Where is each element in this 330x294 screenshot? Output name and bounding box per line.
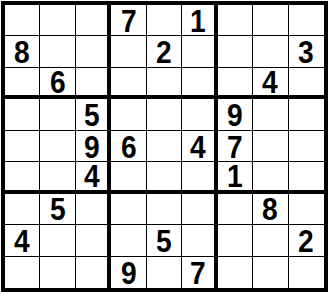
cell-r6c8-empty[interactable]: [253, 162, 288, 193]
given-digit: 4: [84, 162, 100, 192]
cell-r8c5-given-5: 5: [147, 225, 182, 256]
cell-r9c3-empty[interactable]: [76, 257, 111, 288]
cell-r7c9-empty[interactable]: [289, 194, 324, 225]
cell-r9c4-given-9: 9: [111, 257, 146, 288]
cell-r9c9-empty[interactable]: [289, 257, 324, 288]
cell-r6c2-empty[interactable]: [40, 162, 75, 193]
cell-r3c9-empty[interactable]: [289, 68, 324, 99]
cell-r8c6-empty[interactable]: [182, 225, 217, 256]
cell-r9c6-given-7: 7: [182, 257, 217, 288]
cell-r6c6-empty[interactable]: [182, 162, 217, 193]
given-digit: 7: [227, 131, 243, 162]
cell-r3c2-given-6: 6: [40, 68, 75, 99]
given-digit: 6: [50, 68, 66, 98]
cell-r6c1-empty[interactable]: [5, 162, 40, 193]
cell-r1c5-empty[interactable]: [147, 5, 182, 36]
cell-r9c2-empty[interactable]: [40, 257, 75, 288]
given-digit: 2: [298, 225, 314, 256]
cell-r8c7-empty[interactable]: [218, 225, 253, 256]
given-digit: 8: [262, 194, 278, 225]
cell-r6c4-empty[interactable]: [111, 162, 146, 193]
given-digit: 9: [227, 99, 243, 130]
cell-r7c5-empty[interactable]: [147, 194, 182, 225]
cell-r5c8-empty[interactable]: [253, 131, 288, 162]
cell-r3c5-empty[interactable]: [147, 68, 182, 99]
cell-r4c9-empty[interactable]: [289, 99, 324, 130]
cell-r2c3-empty[interactable]: [76, 36, 111, 67]
given-digit: 7: [190, 257, 206, 288]
cell-r2c1-given-8: 8: [5, 36, 40, 67]
cell-r9c1-empty[interactable]: [5, 257, 40, 288]
given-digit: 9: [121, 257, 137, 288]
cell-r6c5-empty[interactable]: [147, 162, 182, 193]
cell-r3c1-empty[interactable]: [5, 68, 40, 99]
cell-r6c9-empty[interactable]: [289, 162, 324, 193]
cell-r7c2-given-5: 5: [40, 194, 75, 225]
given-digit: 6: [121, 131, 137, 162]
given-digit: 8: [14, 36, 30, 67]
cell-r1c8-empty[interactable]: [253, 5, 288, 36]
cell-r7c7-empty[interactable]: [218, 194, 253, 225]
cell-r9c7-empty[interactable]: [218, 257, 253, 288]
cell-r3c6-empty[interactable]: [182, 68, 217, 99]
cell-r3c8-given-4: 4: [253, 68, 288, 99]
given-digit: 4: [262, 68, 278, 98]
given-digit: 7: [121, 5, 137, 36]
page-background: 7182364599647415845297: [0, 0, 330, 294]
cell-r5c1-empty[interactable]: [5, 131, 40, 162]
cell-r4c4-empty[interactable]: [111, 99, 146, 130]
cell-r8c3-empty[interactable]: [76, 225, 111, 256]
cell-r3c3-empty[interactable]: [76, 68, 111, 99]
given-digit: 5: [156, 225, 172, 256]
cell-r5c5-empty[interactable]: [147, 131, 182, 162]
cell-r7c6-empty[interactable]: [182, 194, 217, 225]
given-digit: 1: [190, 5, 206, 36]
cell-r1c4-given-7: 7: [111, 5, 146, 36]
cell-r5c4-given-6: 6: [111, 131, 146, 162]
given-digit: 2: [156, 36, 172, 67]
given-digit: 9: [84, 131, 100, 162]
cell-r5c3-given-9: 9: [76, 131, 111, 162]
given-digit: 5: [50, 194, 66, 225]
cell-r4c2-empty[interactable]: [40, 99, 75, 130]
cell-r7c1-empty[interactable]: [5, 194, 40, 225]
cell-r5c7-given-7: 7: [218, 131, 253, 162]
cell-r7c3-empty[interactable]: [76, 194, 111, 225]
cell-r4c3-given-5: 5: [76, 99, 111, 130]
cell-r4c6-empty[interactable]: [182, 99, 217, 130]
cell-r4c1-empty[interactable]: [5, 99, 40, 130]
cell-r8c9-given-2: 2: [289, 225, 324, 256]
cell-r1c3-empty[interactable]: [76, 5, 111, 36]
cell-r1c1-empty[interactable]: [5, 5, 40, 36]
cell-r1c2-empty[interactable]: [40, 5, 75, 36]
cell-r7c8-given-8: 8: [253, 194, 288, 225]
cell-r2c5-given-2: 2: [147, 36, 182, 67]
cell-r7c4-empty[interactable]: [111, 194, 146, 225]
cell-r5c2-empty[interactable]: [40, 131, 75, 162]
cell-r8c8-empty[interactable]: [253, 225, 288, 256]
given-digit: 5: [84, 99, 100, 130]
cell-r2c2-empty[interactable]: [40, 36, 75, 67]
cell-r5c9-empty[interactable]: [289, 131, 324, 162]
given-digit: 4: [190, 131, 206, 162]
cell-r4c7-given-9: 9: [218, 99, 253, 130]
cell-r3c4-empty[interactable]: [111, 68, 146, 99]
cell-r8c1-given-4: 4: [5, 225, 40, 256]
cell-r6c7-given-1: 1: [218, 162, 253, 193]
cell-r4c5-empty[interactable]: [147, 99, 182, 130]
cell-r9c8-empty[interactable]: [253, 257, 288, 288]
given-digit: 3: [298, 36, 314, 67]
cell-r6c3-given-4: 4: [76, 162, 111, 193]
cell-r1c6-given-1: 1: [182, 5, 217, 36]
given-digit: 1: [227, 162, 243, 192]
cell-r5c6-given-4: 4: [182, 131, 217, 162]
cell-r1c7-empty[interactable]: [218, 5, 253, 36]
cell-r3c7-empty[interactable]: [218, 68, 253, 99]
cell-r2c6-empty[interactable]: [182, 36, 217, 67]
sudoku-board: 7182364599647415845297: [1, 1, 328, 292]
cell-r9c5-empty[interactable]: [147, 257, 182, 288]
cell-r2c4-empty[interactable]: [111, 36, 146, 67]
cell-r1c9-empty[interactable]: [289, 5, 324, 36]
cell-r8c2-empty[interactable]: [40, 225, 75, 256]
cell-r4c8-empty[interactable]: [253, 99, 288, 130]
given-digit: 4: [14, 225, 30, 256]
cell-r2c8-empty[interactable]: [253, 36, 288, 67]
cell-r2c7-empty[interactable]: [218, 36, 253, 67]
cell-r8c4-empty[interactable]: [111, 225, 146, 256]
cell-r2c9-given-3: 3: [289, 36, 324, 67]
